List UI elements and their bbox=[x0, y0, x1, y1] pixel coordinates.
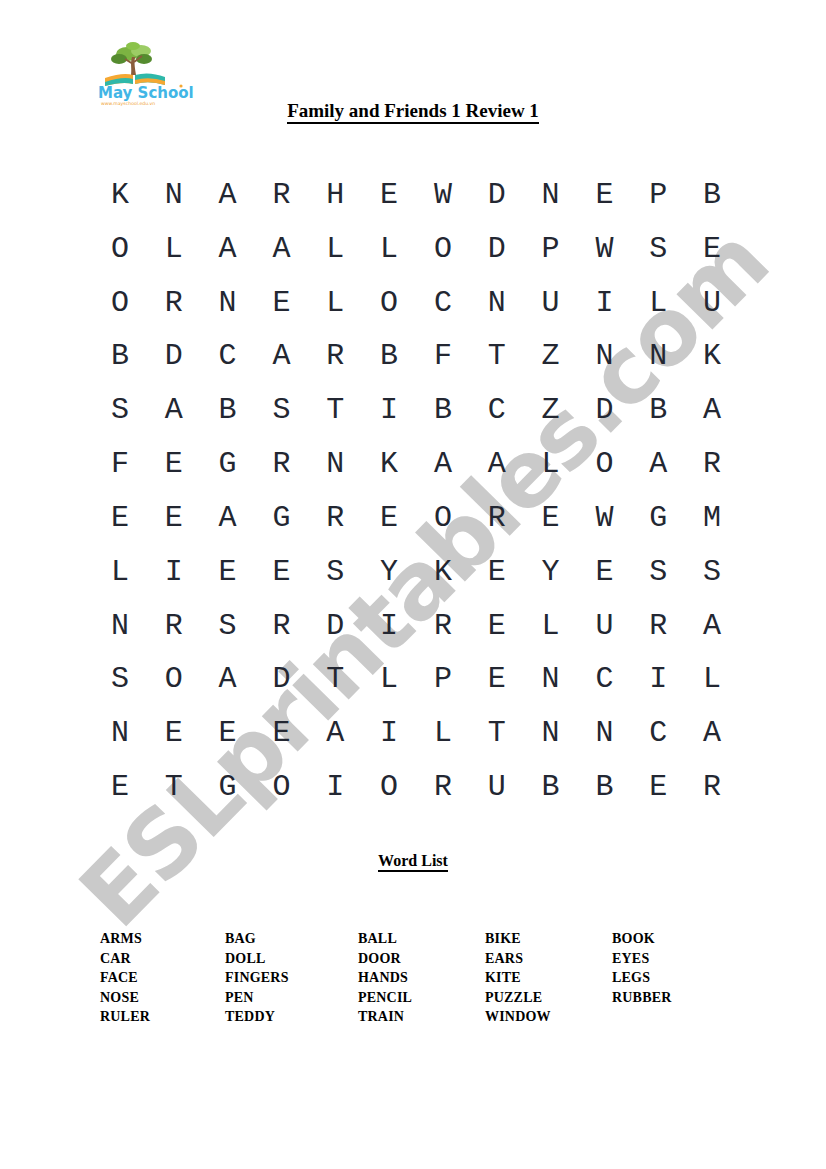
grid-cell: O bbox=[362, 760, 416, 814]
grid-cell: P bbox=[416, 652, 470, 706]
grid-cell: E bbox=[577, 545, 631, 599]
grid-cell: R bbox=[470, 491, 524, 545]
grid-cell: G bbox=[201, 437, 255, 491]
grid-cell: U bbox=[470, 760, 524, 814]
grid-cell: O bbox=[577, 437, 631, 491]
grid-cell: F bbox=[416, 329, 470, 383]
grid-cell: L bbox=[147, 222, 201, 276]
word-search-grid: KNARHEWDNEPBOLAALLODPWSEORNELOCNUILUBDCA… bbox=[93, 168, 739, 814]
grid-cell: S bbox=[201, 599, 255, 653]
grid-cell: T bbox=[470, 706, 524, 760]
grid-cell: K bbox=[362, 437, 416, 491]
grid-cell: E bbox=[201, 706, 255, 760]
grid-cell: L bbox=[685, 652, 739, 706]
grid-cell: E bbox=[93, 491, 147, 545]
grid-cell: C bbox=[416, 276, 470, 330]
word-list-item: RULER bbox=[100, 1007, 225, 1027]
grid-cell: B bbox=[93, 329, 147, 383]
grid-cell: P bbox=[524, 222, 578, 276]
grid-cell: W bbox=[577, 491, 631, 545]
word-list-item: BAG bbox=[225, 929, 358, 949]
word-list-item: NOSE bbox=[100, 988, 225, 1008]
grid-cell: L bbox=[524, 599, 578, 653]
grid-cell: B bbox=[577, 760, 631, 814]
grid-cell: R bbox=[254, 437, 308, 491]
grid-cell: A bbox=[201, 222, 255, 276]
grid-cell: N bbox=[524, 168, 578, 222]
grid-cell: R bbox=[308, 491, 362, 545]
grid-cell: Z bbox=[524, 329, 578, 383]
grid-cell: E bbox=[685, 222, 739, 276]
grid-cell: E bbox=[254, 706, 308, 760]
grid-cell: A bbox=[685, 706, 739, 760]
word-list-item: DOOR bbox=[358, 949, 485, 969]
grid-cell: B bbox=[631, 383, 685, 437]
grid-cell: B bbox=[524, 760, 578, 814]
grid-cell: R bbox=[685, 760, 739, 814]
grid-cell: G bbox=[631, 491, 685, 545]
grid-cell: E bbox=[470, 545, 524, 599]
grid-cell: I bbox=[308, 760, 362, 814]
word-list-title-text: Word List bbox=[378, 852, 448, 872]
word-list-item: PENCIL bbox=[358, 988, 485, 1008]
worksheet-title: Family and Friends 1 Review 1 bbox=[0, 100, 826, 122]
grid-cell: S bbox=[93, 383, 147, 437]
grid-cell: S bbox=[93, 652, 147, 706]
grid-cell: E bbox=[147, 437, 201, 491]
grid-cell: B bbox=[416, 383, 470, 437]
grid-cell: N bbox=[93, 706, 147, 760]
grid-cell: W bbox=[577, 222, 631, 276]
grid-cell: C bbox=[631, 706, 685, 760]
grid-cell: K bbox=[416, 545, 470, 599]
grid-cell: G bbox=[254, 491, 308, 545]
grid-cell: A bbox=[308, 706, 362, 760]
grid-cell: L bbox=[362, 222, 416, 276]
grid-cell: R bbox=[254, 168, 308, 222]
grid-cell: B bbox=[201, 383, 255, 437]
grid-cell: D bbox=[147, 329, 201, 383]
tree-icon bbox=[111, 42, 152, 75]
grid-cell: R bbox=[416, 599, 470, 653]
word-list-item: DOLL bbox=[225, 949, 358, 969]
grid-cell: O bbox=[416, 222, 470, 276]
grid-cell: E bbox=[631, 760, 685, 814]
grid-cell: E bbox=[470, 599, 524, 653]
grid-cell: E bbox=[254, 545, 308, 599]
grid-cell: R bbox=[685, 437, 739, 491]
word-list-item: FINGERS bbox=[225, 968, 358, 988]
grid-cell: T bbox=[147, 760, 201, 814]
worksheet-title-text: Family and Friends 1 Review 1 bbox=[287, 100, 539, 124]
word-list-item: KITE bbox=[485, 968, 612, 988]
word-list-item: LEGS bbox=[612, 968, 752, 988]
word-list-title: Word List bbox=[0, 852, 826, 870]
grid-cell: U bbox=[524, 276, 578, 330]
word-list-item: PUZZLE bbox=[485, 988, 612, 1008]
grid-cell: M bbox=[685, 491, 739, 545]
grid-cell: F bbox=[93, 437, 147, 491]
grid-cell: Y bbox=[362, 545, 416, 599]
word-list-item: TRAIN bbox=[358, 1007, 485, 1027]
grid-cell: C bbox=[470, 383, 524, 437]
grid-cell: O bbox=[93, 276, 147, 330]
grid-cell: K bbox=[93, 168, 147, 222]
word-list-item: ARMS bbox=[100, 929, 225, 949]
grid-cell: W bbox=[416, 168, 470, 222]
word-list-item: PEN bbox=[225, 988, 358, 1008]
grid-cell: S bbox=[308, 545, 362, 599]
grid-cell: R bbox=[631, 599, 685, 653]
grid-cell: A bbox=[147, 383, 201, 437]
grid-cell: N bbox=[631, 329, 685, 383]
word-list-item: BALL bbox=[358, 929, 485, 949]
grid-cell: B bbox=[362, 329, 416, 383]
word-list-item: EYES bbox=[612, 949, 752, 969]
grid-cell: T bbox=[470, 329, 524, 383]
grid-cell: A bbox=[201, 652, 255, 706]
grid-cell: N bbox=[524, 652, 578, 706]
worksheet-page: ESLprintables.com May School www.mayscho… bbox=[0, 0, 826, 1169]
grid-cell: E bbox=[362, 168, 416, 222]
grid-cell: A bbox=[201, 168, 255, 222]
grid-cell: Z bbox=[524, 383, 578, 437]
grid-cell: E bbox=[524, 491, 578, 545]
word-list-item: EARS bbox=[485, 949, 612, 969]
grid-cell: A bbox=[470, 437, 524, 491]
grid-cell: R bbox=[308, 329, 362, 383]
grid-cell: K bbox=[685, 329, 739, 383]
word-list-column-2: BAGDOLLFINGERSPENTEDDY bbox=[225, 929, 358, 1027]
word-list-item: WINDOW bbox=[485, 1007, 612, 1027]
grid-cell: L bbox=[416, 706, 470, 760]
word-list-item: FACE bbox=[100, 968, 225, 988]
grid-cell: R bbox=[147, 599, 201, 653]
word-list-item: HANDS bbox=[358, 968, 485, 988]
grid-cell: E bbox=[147, 706, 201, 760]
grid-cell: S bbox=[685, 545, 739, 599]
grid-cell: L bbox=[362, 652, 416, 706]
word-list-column-3: BALLDOORHANDSPENCILTRAIN bbox=[358, 929, 485, 1027]
grid-cell: Y bbox=[524, 545, 578, 599]
grid-cell: C bbox=[577, 652, 631, 706]
grid-cell: E bbox=[201, 545, 255, 599]
grid-cell: S bbox=[631, 545, 685, 599]
grid-cell: E bbox=[362, 491, 416, 545]
grid-cell: D bbox=[577, 383, 631, 437]
grid-cell: O bbox=[254, 760, 308, 814]
grid-cell: H bbox=[308, 168, 362, 222]
grid-cell: L bbox=[631, 276, 685, 330]
word-list-item: RUBBER bbox=[612, 988, 752, 1008]
word-list: ARMSCARFACENOSERULERBAGDOLLFINGERSPENTED… bbox=[100, 929, 752, 1027]
grid-cell: A bbox=[254, 222, 308, 276]
grid-cell: L bbox=[93, 545, 147, 599]
grid-cell: O bbox=[147, 652, 201, 706]
word-list-item: CAR bbox=[100, 949, 225, 969]
grid-cell: U bbox=[577, 599, 631, 653]
grid-cell: I bbox=[362, 599, 416, 653]
grid-cell: S bbox=[254, 383, 308, 437]
grid-cell: I bbox=[362, 706, 416, 760]
grid-cell: R bbox=[147, 276, 201, 330]
grid-cell: N bbox=[577, 706, 631, 760]
grid-cell: N bbox=[201, 276, 255, 330]
grid-cell: D bbox=[254, 652, 308, 706]
grid-cell: N bbox=[577, 329, 631, 383]
grid-cell: A bbox=[201, 491, 255, 545]
grid-cell: O bbox=[362, 276, 416, 330]
grid-cell: A bbox=[631, 437, 685, 491]
grid-cell: O bbox=[416, 491, 470, 545]
grid-cell: R bbox=[416, 760, 470, 814]
grid-cell: I bbox=[362, 383, 416, 437]
grid-cell: A bbox=[685, 599, 739, 653]
grid-cell: E bbox=[577, 168, 631, 222]
grid-cell: S bbox=[631, 222, 685, 276]
grid-cell: N bbox=[524, 706, 578, 760]
grid-cell: N bbox=[470, 276, 524, 330]
grid-cell: N bbox=[308, 437, 362, 491]
grid-cell: I bbox=[577, 276, 631, 330]
may-school-logo: May School www.mayschool.edu.vn bbox=[97, 42, 201, 106]
grid-cell: A bbox=[254, 329, 308, 383]
grid-cell: E bbox=[470, 652, 524, 706]
word-list-item: BOOK bbox=[612, 929, 752, 949]
grid-cell: L bbox=[524, 437, 578, 491]
word-list-column-4: BIKEEARSKITEPUZZLEWINDOW bbox=[485, 929, 612, 1027]
grid-cell: E bbox=[254, 276, 308, 330]
grid-cell: E bbox=[93, 760, 147, 814]
grid-cell: N bbox=[147, 168, 201, 222]
grid-cell: C bbox=[201, 329, 255, 383]
grid-cell: L bbox=[308, 276, 362, 330]
grid-cell: A bbox=[685, 383, 739, 437]
grid-cell: D bbox=[308, 599, 362, 653]
grid-cell: I bbox=[631, 652, 685, 706]
grid-cell: A bbox=[416, 437, 470, 491]
grid-cell: E bbox=[147, 491, 201, 545]
word-list-column-1: ARMSCARFACENOSERULER bbox=[100, 929, 225, 1027]
grid-cell: G bbox=[201, 760, 255, 814]
word-list-item: BIKE bbox=[485, 929, 612, 949]
grid-cell: B bbox=[685, 168, 739, 222]
grid-cell: I bbox=[147, 545, 201, 599]
grid-cell: R bbox=[254, 599, 308, 653]
grid-cell: N bbox=[93, 599, 147, 653]
grid-cell: U bbox=[685, 276, 739, 330]
word-list-item: TEDDY bbox=[225, 1007, 358, 1027]
grid-cell: P bbox=[631, 168, 685, 222]
grid-cell: O bbox=[93, 222, 147, 276]
word-list-column-5: BOOKEYESLEGSRUBBER bbox=[612, 929, 752, 1027]
grid-cell: T bbox=[308, 652, 362, 706]
grid-cell: D bbox=[470, 222, 524, 276]
grid-cell: T bbox=[308, 383, 362, 437]
grid-cell: L bbox=[308, 222, 362, 276]
grid-cell: D bbox=[470, 168, 524, 222]
